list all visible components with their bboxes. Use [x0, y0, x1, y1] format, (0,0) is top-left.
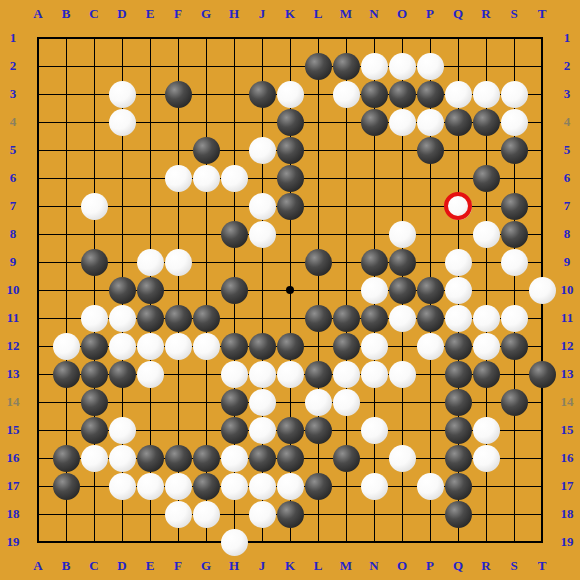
intersection-S7[interactable]	[500, 192, 528, 220]
intersection-B18[interactable]	[52, 500, 80, 528]
white-stone[interactable]	[445, 81, 472, 108]
intersection-T8[interactable]	[528, 220, 556, 248]
intersection-T13[interactable]	[528, 360, 556, 388]
intersection-C3[interactable]	[80, 80, 108, 108]
intersection-M13[interactable]	[332, 360, 360, 388]
intersection-B15[interactable]	[52, 416, 80, 444]
intersection-T1[interactable]	[528, 24, 556, 52]
white-stone[interactable]	[81, 193, 108, 220]
intersection-E19[interactable]	[136, 528, 164, 556]
intersection-B5[interactable]	[52, 136, 80, 164]
intersection-L9[interactable]	[304, 248, 332, 276]
intersection-D7[interactable]	[108, 192, 136, 220]
intersection-G5[interactable]	[192, 136, 220, 164]
intersection-E7[interactable]	[136, 192, 164, 220]
black-stone[interactable]	[277, 501, 304, 528]
intersection-B13[interactable]	[52, 360, 80, 388]
intersection-L12[interactable]	[304, 332, 332, 360]
intersection-B12[interactable]	[52, 332, 80, 360]
intersection-L5[interactable]	[304, 136, 332, 164]
intersection-G10[interactable]	[192, 276, 220, 304]
intersection-O8[interactable]	[388, 220, 416, 248]
intersection-R7[interactable]	[472, 192, 500, 220]
intersection-P11[interactable]	[416, 304, 444, 332]
intersection-D12[interactable]	[108, 332, 136, 360]
intersection-Q7[interactable]	[444, 192, 472, 220]
intersection-H9[interactable]	[220, 248, 248, 276]
intersection-D10[interactable]	[108, 276, 136, 304]
intersection-E11[interactable]	[136, 304, 164, 332]
white-stone[interactable]	[81, 305, 108, 332]
intersection-T16[interactable]	[528, 444, 556, 472]
intersection-D5[interactable]	[108, 136, 136, 164]
intersection-F3[interactable]	[164, 80, 192, 108]
intersection-J17[interactable]	[248, 472, 276, 500]
black-stone[interactable]	[361, 109, 388, 136]
white-stone[interactable]	[473, 333, 500, 360]
intersection-O4[interactable]	[388, 108, 416, 136]
intersection-E6[interactable]	[136, 164, 164, 192]
intersection-N9[interactable]	[360, 248, 388, 276]
intersection-B19[interactable]	[52, 528, 80, 556]
black-stone[interactable]	[249, 445, 276, 472]
black-stone[interactable]	[81, 333, 108, 360]
black-stone[interactable]	[445, 445, 472, 472]
intersection-M4[interactable]	[332, 108, 360, 136]
intersection-M2[interactable]	[332, 52, 360, 80]
black-stone[interactable]	[417, 81, 444, 108]
black-stone[interactable]	[249, 81, 276, 108]
white-stone[interactable]	[361, 53, 388, 80]
white-stone[interactable]	[193, 501, 220, 528]
black-stone[interactable]	[53, 361, 80, 388]
intersection-G7[interactable]	[192, 192, 220, 220]
intersection-H7[interactable]	[220, 192, 248, 220]
intersection-M11[interactable]	[332, 304, 360, 332]
white-stone[interactable]	[53, 333, 80, 360]
white-stone[interactable]	[165, 473, 192, 500]
intersection-P18[interactable]	[416, 500, 444, 528]
intersection-K19[interactable]	[276, 528, 304, 556]
intersection-J18[interactable]	[248, 500, 276, 528]
intersection-Q13[interactable]	[444, 360, 472, 388]
intersection-G16[interactable]	[192, 444, 220, 472]
black-stone[interactable]	[333, 53, 360, 80]
white-stone[interactable]	[417, 53, 444, 80]
black-stone[interactable]	[305, 473, 332, 500]
intersection-C11[interactable]	[80, 304, 108, 332]
black-stone[interactable]	[473, 165, 500, 192]
intersection-Q3[interactable]	[444, 80, 472, 108]
intersection-B7[interactable]	[52, 192, 80, 220]
white-stone[interactable]	[137, 361, 164, 388]
intersection-K8[interactable]	[276, 220, 304, 248]
intersection-H18[interactable]	[220, 500, 248, 528]
white-stone[interactable]	[333, 81, 360, 108]
intersection-N13[interactable]	[360, 360, 388, 388]
intersection-K9[interactable]	[276, 248, 304, 276]
intersection-L6[interactable]	[304, 164, 332, 192]
intersection-A3[interactable]	[24, 80, 52, 108]
intersection-O16[interactable]	[388, 444, 416, 472]
intersection-F7[interactable]	[164, 192, 192, 220]
intersection-L14[interactable]	[304, 388, 332, 416]
black-stone[interactable]	[389, 277, 416, 304]
intersection-N6[interactable]	[360, 164, 388, 192]
intersection-S4[interactable]	[500, 108, 528, 136]
intersection-G13[interactable]	[192, 360, 220, 388]
intersection-T5[interactable]	[528, 136, 556, 164]
intersection-J13[interactable]	[248, 360, 276, 388]
intersection-A17[interactable]	[24, 472, 52, 500]
intersection-C2[interactable]	[80, 52, 108, 80]
intersection-K17[interactable]	[276, 472, 304, 500]
intersection-C18[interactable]	[80, 500, 108, 528]
white-stone[interactable]	[249, 361, 276, 388]
white-stone[interactable]	[249, 137, 276, 164]
white-stone[interactable]	[445, 249, 472, 276]
intersection-C9[interactable]	[80, 248, 108, 276]
intersection-N11[interactable]	[360, 304, 388, 332]
intersection-M15[interactable]	[332, 416, 360, 444]
intersection-D14[interactable]	[108, 388, 136, 416]
intersection-Q15[interactable]	[444, 416, 472, 444]
intersection-Q5[interactable]	[444, 136, 472, 164]
black-stone[interactable]	[333, 445, 360, 472]
intersection-K12[interactable]	[276, 332, 304, 360]
intersection-N10[interactable]	[360, 276, 388, 304]
intersection-O19[interactable]	[388, 528, 416, 556]
black-stone[interactable]	[277, 193, 304, 220]
white-stone[interactable]	[333, 361, 360, 388]
black-stone[interactable]	[501, 137, 528, 164]
intersection-J11[interactable]	[248, 304, 276, 332]
black-stone[interactable]	[417, 305, 444, 332]
intersection-E16[interactable]	[136, 444, 164, 472]
intersection-O18[interactable]	[388, 500, 416, 528]
intersection-L15[interactable]	[304, 416, 332, 444]
white-stone[interactable]	[249, 417, 276, 444]
intersection-H16[interactable]	[220, 444, 248, 472]
black-stone[interactable]	[501, 221, 528, 248]
intersection-S17[interactable]	[500, 472, 528, 500]
intersection-C13[interactable]	[80, 360, 108, 388]
intersection-T9[interactable]	[528, 248, 556, 276]
intersection-A2[interactable]	[24, 52, 52, 80]
intersection-P17[interactable]	[416, 472, 444, 500]
intersection-A11[interactable]	[24, 304, 52, 332]
intersection-R12[interactable]	[472, 332, 500, 360]
intersection-L11[interactable]	[304, 304, 332, 332]
intersection-K4[interactable]	[276, 108, 304, 136]
intersection-A9[interactable]	[24, 248, 52, 276]
intersection-D13[interactable]	[108, 360, 136, 388]
intersection-H6[interactable]	[220, 164, 248, 192]
intersection-N2[interactable]	[360, 52, 388, 80]
intersection-A7[interactable]	[24, 192, 52, 220]
intersection-N12[interactable]	[360, 332, 388, 360]
white-stone[interactable]	[473, 221, 500, 248]
intersection-F8[interactable]	[164, 220, 192, 248]
intersection-A16[interactable]	[24, 444, 52, 472]
intersection-E17[interactable]	[136, 472, 164, 500]
intersection-S6[interactable]	[500, 164, 528, 192]
intersection-K10[interactable]	[276, 276, 304, 304]
intersection-Q2[interactable]	[444, 52, 472, 80]
intersection-D1[interactable]	[108, 24, 136, 52]
intersection-G4[interactable]	[192, 108, 220, 136]
white-stone[interactable]	[277, 361, 304, 388]
intersection-F9[interactable]	[164, 248, 192, 276]
intersection-Q14[interactable]	[444, 388, 472, 416]
intersection-T6[interactable]	[528, 164, 556, 192]
white-stone[interactable]	[249, 473, 276, 500]
intersection-B17[interactable]	[52, 472, 80, 500]
intersection-F16[interactable]	[164, 444, 192, 472]
intersection-J2[interactable]	[248, 52, 276, 80]
intersection-P5[interactable]	[416, 136, 444, 164]
intersection-H12[interactable]	[220, 332, 248, 360]
black-stone[interactable]	[81, 249, 108, 276]
intersection-M6[interactable]	[332, 164, 360, 192]
intersection-L13[interactable]	[304, 360, 332, 388]
black-stone[interactable]	[501, 333, 528, 360]
intersection-N15[interactable]	[360, 416, 388, 444]
intersection-R14[interactable]	[472, 388, 500, 416]
intersection-G3[interactable]	[192, 80, 220, 108]
white-stone[interactable]	[473, 445, 500, 472]
black-stone[interactable]	[501, 193, 528, 220]
intersection-R1[interactable]	[472, 24, 500, 52]
intersection-S16[interactable]	[500, 444, 528, 472]
intersection-R17[interactable]	[472, 472, 500, 500]
intersection-C10[interactable]	[80, 276, 108, 304]
intersection-F15[interactable]	[164, 416, 192, 444]
intersection-K15[interactable]	[276, 416, 304, 444]
white-stone[interactable]	[165, 501, 192, 528]
intersection-T10[interactable]	[528, 276, 556, 304]
white-stone[interactable]	[473, 81, 500, 108]
black-stone[interactable]	[165, 445, 192, 472]
intersection-B4[interactable]	[52, 108, 80, 136]
intersection-Q9[interactable]	[444, 248, 472, 276]
intersection-P2[interactable]	[416, 52, 444, 80]
intersection-K16[interactable]	[276, 444, 304, 472]
intersection-L18[interactable]	[304, 500, 332, 528]
intersection-J19[interactable]	[248, 528, 276, 556]
black-stone[interactable]	[193, 305, 220, 332]
intersection-G8[interactable]	[192, 220, 220, 248]
intersection-G2[interactable]	[192, 52, 220, 80]
intersection-A14[interactable]	[24, 388, 52, 416]
black-stone[interactable]	[137, 277, 164, 304]
white-stone[interactable]	[109, 417, 136, 444]
intersection-M5[interactable]	[332, 136, 360, 164]
intersection-K2[interactable]	[276, 52, 304, 80]
white-stone[interactable]	[193, 165, 220, 192]
intersection-M8[interactable]	[332, 220, 360, 248]
white-stone[interactable]	[361, 361, 388, 388]
white-stone[interactable]	[109, 109, 136, 136]
intersection-E2[interactable]	[136, 52, 164, 80]
black-stone[interactable]	[165, 81, 192, 108]
intersection-H10[interactable]	[220, 276, 248, 304]
white-stone[interactable]	[221, 361, 248, 388]
white-stone[interactable]	[137, 473, 164, 500]
intersection-T14[interactable]	[528, 388, 556, 416]
intersection-M12[interactable]	[332, 332, 360, 360]
intersection-B1[interactable]	[52, 24, 80, 52]
intersection-R10[interactable]	[472, 276, 500, 304]
white-stone[interactable]	[249, 221, 276, 248]
intersection-A5[interactable]	[24, 136, 52, 164]
intersection-M1[interactable]	[332, 24, 360, 52]
white-stone[interactable]	[137, 333, 164, 360]
intersection-L16[interactable]	[304, 444, 332, 472]
intersection-C8[interactable]	[80, 220, 108, 248]
intersection-G1[interactable]	[192, 24, 220, 52]
intersection-S11[interactable]	[500, 304, 528, 332]
intersection-M3[interactable]	[332, 80, 360, 108]
intersection-D15[interactable]	[108, 416, 136, 444]
black-stone[interactable]	[473, 361, 500, 388]
intersection-S2[interactable]	[500, 52, 528, 80]
white-stone[interactable]	[361, 277, 388, 304]
intersection-G11[interactable]	[192, 304, 220, 332]
intersection-A6[interactable]	[24, 164, 52, 192]
intersection-E18[interactable]	[136, 500, 164, 528]
intersection-G12[interactable]	[192, 332, 220, 360]
intersection-T19[interactable]	[528, 528, 556, 556]
intersection-F5[interactable]	[164, 136, 192, 164]
white-stone[interactable]	[165, 249, 192, 276]
intersection-S3[interactable]	[500, 80, 528, 108]
intersection-D16[interactable]	[108, 444, 136, 472]
intersection-N18[interactable]	[360, 500, 388, 528]
black-stone[interactable]	[361, 249, 388, 276]
intersection-A18[interactable]	[24, 500, 52, 528]
intersection-A13[interactable]	[24, 360, 52, 388]
intersection-F14[interactable]	[164, 388, 192, 416]
white-stone[interactable]	[165, 165, 192, 192]
intersection-K6[interactable]	[276, 164, 304, 192]
intersection-F1[interactable]	[164, 24, 192, 52]
intersection-R5[interactable]	[472, 136, 500, 164]
intersection-O12[interactable]	[388, 332, 416, 360]
intersection-T7[interactable]	[528, 192, 556, 220]
intersection-O5[interactable]	[388, 136, 416, 164]
intersection-B14[interactable]	[52, 388, 80, 416]
intersection-O17[interactable]	[388, 472, 416, 500]
intersection-R4[interactable]	[472, 108, 500, 136]
white-stone[interactable]	[417, 473, 444, 500]
intersection-L19[interactable]	[304, 528, 332, 556]
intersection-C1[interactable]	[80, 24, 108, 52]
white-stone[interactable]	[361, 473, 388, 500]
black-stone[interactable]	[81, 361, 108, 388]
intersection-J16[interactable]	[248, 444, 276, 472]
black-stone[interactable]	[361, 305, 388, 332]
intersection-H15[interactable]	[220, 416, 248, 444]
black-stone[interactable]	[137, 445, 164, 472]
intersection-L8[interactable]	[304, 220, 332, 248]
intersection-R16[interactable]	[472, 444, 500, 472]
white-stone[interactable]	[249, 389, 276, 416]
intersection-F2[interactable]	[164, 52, 192, 80]
black-stone[interactable]	[165, 305, 192, 332]
intersection-M19[interactable]	[332, 528, 360, 556]
intersection-D11[interactable]	[108, 304, 136, 332]
intersection-H8[interactable]	[220, 220, 248, 248]
intersection-P7[interactable]	[416, 192, 444, 220]
intersection-T18[interactable]	[528, 500, 556, 528]
intersection-F4[interactable]	[164, 108, 192, 136]
white-stone[interactable]	[109, 445, 136, 472]
intersection-A4[interactable]	[24, 108, 52, 136]
intersection-T15[interactable]	[528, 416, 556, 444]
intersection-J7[interactable]	[248, 192, 276, 220]
intersection-P12[interactable]	[416, 332, 444, 360]
intersection-T12[interactable]	[528, 332, 556, 360]
intersection-L10[interactable]	[304, 276, 332, 304]
intersection-A1[interactable]	[24, 24, 52, 52]
intersection-K14[interactable]	[276, 388, 304, 416]
white-stone[interactable]	[389, 109, 416, 136]
black-stone[interactable]	[445, 389, 472, 416]
black-stone[interactable]	[501, 389, 528, 416]
intersection-A15[interactable]	[24, 416, 52, 444]
black-stone[interactable]	[221, 221, 248, 248]
white-stone[interactable]	[473, 305, 500, 332]
intersection-T11[interactable]	[528, 304, 556, 332]
intersection-N7[interactable]	[360, 192, 388, 220]
intersection-S13[interactable]	[500, 360, 528, 388]
black-stone[interactable]	[193, 445, 220, 472]
intersection-E5[interactable]	[136, 136, 164, 164]
intersection-H3[interactable]	[220, 80, 248, 108]
black-stone[interactable]	[249, 333, 276, 360]
white-stone[interactable]	[109, 473, 136, 500]
intersection-R18[interactable]	[472, 500, 500, 528]
intersection-A12[interactable]	[24, 332, 52, 360]
black-stone[interactable]	[277, 333, 304, 360]
intersection-R6[interactable]	[472, 164, 500, 192]
intersection-P1[interactable]	[416, 24, 444, 52]
white-stone[interactable]	[221, 473, 248, 500]
intersection-N1[interactable]	[360, 24, 388, 52]
intersection-S9[interactable]	[500, 248, 528, 276]
intersection-P15[interactable]	[416, 416, 444, 444]
intersection-H4[interactable]	[220, 108, 248, 136]
intersection-R19[interactable]	[472, 528, 500, 556]
intersection-F13[interactable]	[164, 360, 192, 388]
intersection-C17[interactable]	[80, 472, 108, 500]
intersection-H14[interactable]	[220, 388, 248, 416]
white-stone[interactable]	[389, 445, 416, 472]
intersection-O10[interactable]	[388, 276, 416, 304]
intersection-C16[interactable]	[80, 444, 108, 472]
intersection-B8[interactable]	[52, 220, 80, 248]
intersection-D3[interactable]	[108, 80, 136, 108]
white-stone[interactable]	[109, 333, 136, 360]
white-stone[interactable]	[445, 277, 472, 304]
intersection-P8[interactable]	[416, 220, 444, 248]
intersection-O3[interactable]	[388, 80, 416, 108]
black-stone[interactable]	[361, 81, 388, 108]
intersection-J3[interactable]	[248, 80, 276, 108]
intersection-Q18[interactable]	[444, 500, 472, 528]
intersection-S14[interactable]	[500, 388, 528, 416]
